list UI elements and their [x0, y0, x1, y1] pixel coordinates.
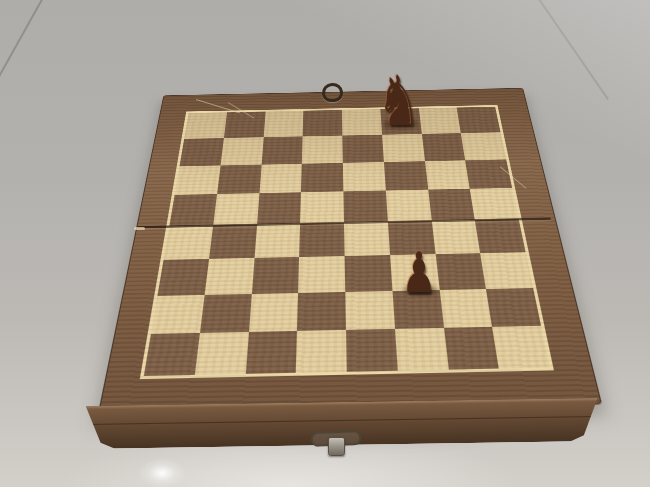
pieces-layer: ♞♟	[0, 0, 650, 487]
photo-canvas: { "game": { "name": "Chess", "variant": …	[0, 0, 650, 487]
piece-knight-f8[interactable]: ♞	[377, 69, 420, 133]
piece-pawn-f3[interactable]: ♟	[402, 248, 437, 300]
